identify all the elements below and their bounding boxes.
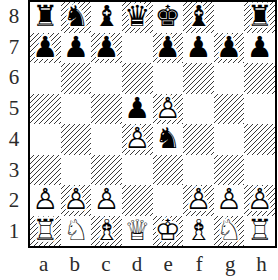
piece-glyph: ♙ (32, 185, 58, 214)
square-e6[interactable] (153, 63, 184, 94)
white-rook: ♜♖ (30, 216, 61, 247)
square-c1[interactable]: ♝♗ (91, 216, 122, 247)
black-rook: ♜♜ (30, 2, 61, 33)
rank-label-5: 5 (0, 93, 28, 124)
square-h5[interactable] (244, 94, 275, 125)
square-b2[interactable]: ♟♙ (61, 185, 92, 216)
piece-glyph: ♛ (124, 2, 150, 31)
piece-glyph: ♞ (63, 2, 89, 31)
square-d1[interactable]: ♛♕ (122, 216, 153, 247)
white-pawn: ♟♙ (244, 185, 275, 216)
chess-diagram: 87654321 ♜♜♞♞♝♝♛♛♚♚♝♝♜♜♟♟♟♟♟♟♟♟♟♟♟♟♟♟♟♟♟… (0, 0, 278, 280)
square-f1[interactable]: ♝♗ (183, 216, 214, 247)
square-b5[interactable] (61, 94, 92, 125)
square-a4[interactable] (30, 124, 61, 155)
white-pawn: ♟♙ (183, 185, 214, 216)
piece-glyph: ♚ (155, 2, 181, 31)
square-h3[interactable] (244, 155, 275, 186)
piece-glyph: ♔ (155, 216, 181, 245)
white-pawn: ♟♙ (30, 185, 61, 216)
square-b3[interactable] (61, 155, 92, 186)
piece-glyph: ♟ (185, 33, 211, 62)
piece-glyph: ♗ (185, 216, 211, 245)
rank-label-8: 8 (0, 1, 28, 32)
black-pawn: ♟♟ (30, 33, 61, 64)
rank-label-3: 3 (0, 155, 28, 186)
black-queen: ♛♛ (122, 2, 153, 33)
black-rook: ♜♜ (244, 2, 275, 33)
piece-glyph: ♟ (63, 33, 89, 62)
square-d8[interactable]: ♛♛ (122, 2, 153, 33)
square-f2[interactable]: ♟♙ (183, 185, 214, 216)
file-labels: abcdefgh (28, 249, 277, 279)
square-f4[interactable] (183, 124, 214, 155)
black-bishop: ♝♝ (183, 2, 214, 33)
square-b6[interactable] (61, 63, 92, 94)
square-h4[interactable] (244, 124, 275, 155)
square-g5[interactable] (214, 94, 245, 125)
piece-glyph: ♕ (124, 216, 150, 245)
square-a2[interactable]: ♟♙ (30, 185, 61, 216)
square-b4[interactable] (61, 124, 92, 155)
black-pawn: ♟♟ (244, 33, 275, 64)
square-f5[interactable] (183, 94, 214, 125)
square-e3[interactable] (153, 155, 184, 186)
square-e1[interactable]: ♚♔ (153, 216, 184, 247)
black-pawn: ♟♟ (214, 33, 245, 64)
black-pawn: ♟♟ (153, 33, 184, 64)
square-e7[interactable]: ♟♟ (153, 33, 184, 64)
file-label-f: f (196, 252, 203, 277)
square-d7[interactable] (122, 33, 153, 64)
square-f7[interactable]: ♟♟ (183, 33, 214, 64)
black-pawn: ♟♟ (91, 33, 122, 64)
square-a1[interactable]: ♜♖ (30, 216, 61, 247)
square-g1[interactable]: ♞♘ (214, 216, 245, 247)
rank-label-1: 1 (0, 216, 28, 247)
square-b8[interactable]: ♞♞ (61, 2, 92, 33)
piece-glyph: ♟ (155, 33, 181, 62)
square-d4[interactable]: ♟♙ (122, 124, 153, 155)
square-f3[interactable] (183, 155, 214, 186)
piece-glyph: ♟ (247, 33, 273, 62)
square-c5[interactable] (91, 94, 122, 125)
piece-glyph: ♙ (124, 124, 150, 153)
black-bishop: ♝♝ (91, 2, 122, 33)
square-g3[interactable] (214, 155, 245, 186)
black-king: ♚♚ (153, 2, 184, 33)
square-d2[interactable] (122, 185, 153, 216)
chess-board: ♜♜♞♞♝♝♛♛♚♚♝♝♜♜♟♟♟♟♟♟♟♟♟♟♟♟♟♟♟♟♟♙♟♙♞♞♟♙♟♙… (28, 0, 277, 248)
piece-glyph: ♙ (247, 185, 273, 214)
black-pawn: ♟♟ (61, 33, 92, 64)
square-h8[interactable]: ♜♜ (244, 2, 275, 33)
square-c2[interactable]: ♟♙ (91, 185, 122, 216)
square-a8[interactable]: ♜♜ (30, 2, 61, 33)
file-label-h: h (256, 252, 267, 277)
black-pawn: ♟♟ (122, 94, 153, 125)
square-e8[interactable]: ♚♚ (153, 2, 184, 33)
piece-glyph: ♟ (124, 94, 150, 123)
square-c3[interactable] (91, 155, 122, 186)
piece-glyph: ♘ (63, 216, 89, 245)
black-pawn: ♟♟ (183, 33, 214, 64)
rank-labels: 87654321 (0, 1, 28, 247)
piece-glyph: ♜ (32, 2, 58, 31)
square-h2[interactable]: ♟♙ (244, 185, 275, 216)
piece-glyph: ♟ (32, 33, 58, 62)
square-d6[interactable] (122, 63, 153, 94)
piece-glyph: ♟ (94, 33, 120, 62)
piece-glyph: ♙ (63, 185, 89, 214)
file-label-g: g (225, 252, 236, 277)
white-pawn: ♟♙ (214, 185, 245, 216)
white-bishop: ♝♗ (91, 216, 122, 247)
square-h7[interactable]: ♟♟ (244, 33, 275, 64)
white-king: ♚♔ (153, 216, 184, 247)
piece-glyph: ♟ (216, 33, 242, 62)
square-g7[interactable]: ♟♟ (214, 33, 245, 64)
file-label-e: e (163, 252, 172, 277)
white-queen: ♛♕ (122, 216, 153, 247)
square-c7[interactable]: ♟♟ (91, 33, 122, 64)
white-knight: ♞♘ (61, 216, 92, 247)
square-g8[interactable] (214, 2, 245, 33)
square-a7[interactable]: ♟♟ (30, 33, 61, 64)
square-h6[interactable] (244, 63, 275, 94)
piece-glyph: ♖ (247, 216, 273, 245)
piece-glyph: ♙ (216, 185, 242, 214)
square-c4[interactable] (91, 124, 122, 155)
square-c8[interactable]: ♝♝ (91, 2, 122, 33)
white-knight: ♞♘ (214, 216, 245, 247)
square-e5[interactable]: ♟♙ (153, 94, 184, 125)
piece-glyph: ♝ (94, 2, 120, 31)
square-g2[interactable]: ♟♙ (214, 185, 245, 216)
piece-glyph: ♖ (32, 216, 58, 245)
square-g4[interactable] (214, 124, 245, 155)
white-pawn: ♟♙ (153, 94, 184, 125)
piece-glyph: ♞ (155, 124, 181, 153)
white-pawn: ♟♙ (61, 185, 92, 216)
white-pawn: ♟♙ (91, 185, 122, 216)
white-bishop: ♝♗ (183, 216, 214, 247)
rank-label-4: 4 (0, 124, 28, 155)
white-rook: ♜♖ (244, 216, 275, 247)
square-d5[interactable]: ♟♟ (122, 94, 153, 125)
piece-glyph: ♝ (185, 2, 211, 31)
square-e2[interactable] (153, 185, 184, 216)
piece-glyph: ♜ (247, 2, 273, 31)
square-g6[interactable] (214, 63, 245, 94)
black-knight: ♞♞ (153, 124, 184, 155)
black-knight: ♞♞ (61, 2, 92, 33)
file-label-a: a (39, 252, 48, 277)
square-c6[interactable] (91, 63, 122, 94)
white-pawn: ♟♙ (122, 124, 153, 155)
piece-glyph: ♘ (216, 216, 242, 245)
square-e4[interactable]: ♞♞ (153, 124, 184, 155)
piece-glyph: ♗ (94, 216, 120, 245)
file-label-b: b (69, 252, 80, 277)
rank-label-2: 2 (0, 186, 28, 217)
square-h1[interactable]: ♜♖ (244, 216, 275, 247)
square-f6[interactable] (183, 63, 214, 94)
piece-glyph: ♙ (155, 94, 181, 123)
square-a3[interactable] (30, 155, 61, 186)
square-d3[interactable] (122, 155, 153, 186)
rank-label-6: 6 (0, 63, 28, 94)
rank-label-7: 7 (0, 32, 28, 63)
square-b1[interactable]: ♞♘ (61, 216, 92, 247)
piece-glyph: ♙ (185, 185, 211, 214)
square-b7[interactable]: ♟♟ (61, 33, 92, 64)
square-a6[interactable] (30, 63, 61, 94)
piece-glyph: ♙ (94, 185, 120, 214)
file-label-d: d (132, 252, 143, 277)
square-f8[interactable]: ♝♝ (183, 2, 214, 33)
file-label-c: c (101, 252, 110, 277)
square-a5[interactable] (30, 94, 61, 125)
